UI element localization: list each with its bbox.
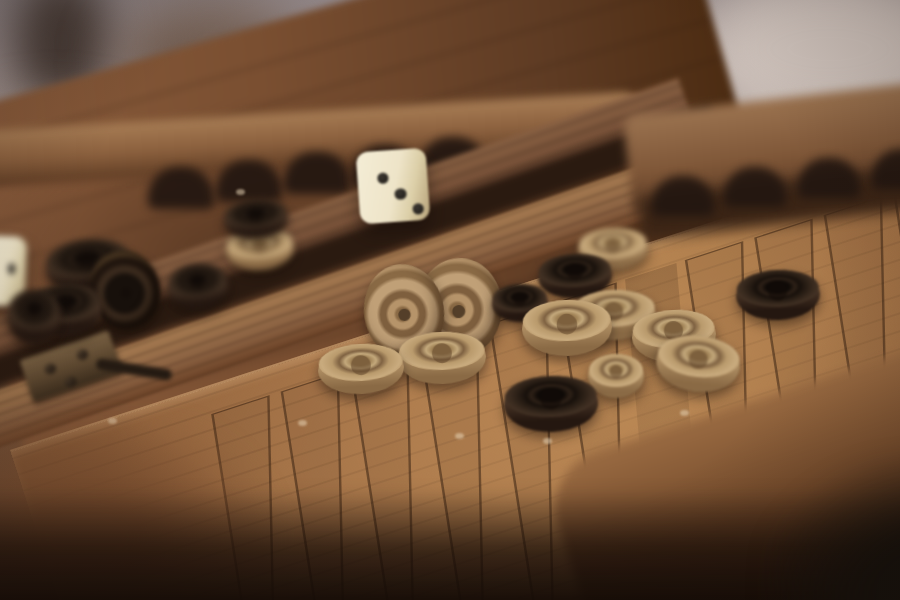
backgammon-photo-scene: ●●●●●●●●●●●●●●●●●●●●●: [0, 0, 900, 600]
checker-dark: ●: [735, 269, 821, 322]
checker-light: ●: [521, 298, 613, 357]
checker-light: ●: [397, 330, 487, 385]
checker-glyph: ●: [565, 259, 585, 282]
checker-glyph: ●: [430, 338, 454, 365]
wood-glint: [236, 189, 245, 195]
checker-glyph: ●: [246, 204, 264, 224]
checker-glyph: ●: [555, 307, 579, 335]
checker-glyph: ●: [27, 302, 42, 318]
die-pip: [412, 203, 425, 215]
wood-glint: [543, 438, 552, 444]
checker-light: ●: [317, 342, 405, 396]
checker-glyph: ●: [538, 382, 563, 411]
wood-glint: [455, 433, 464, 439]
checker-glyph: ●: [687, 343, 711, 370]
die-pip: [8, 263, 16, 274]
checker-dark: ●: [503, 374, 599, 433]
checker-glyph: ●: [512, 289, 527, 307]
wood-glint: [298, 420, 307, 426]
die-primary: [356, 148, 431, 225]
checker-light: ●: [653, 332, 742, 396]
checker-glyph: ●: [451, 301, 467, 319]
checker-light: ●: [588, 354, 644, 398]
checker-glyph: ●: [603, 233, 622, 255]
foreground-blur-corner: [770, 460, 900, 600]
checker-glyph: ●: [609, 362, 624, 379]
checker-glyph: ●: [349, 349, 373, 376]
checker-glyph: ●: [766, 276, 789, 302]
die-pip: [377, 172, 390, 184]
wood-glint: [108, 418, 117, 424]
checker-glyph: ●: [189, 271, 207, 291]
foreground-blur-bottom: [0, 488, 900, 600]
checker-glyph: ●: [118, 283, 134, 300]
wood-glint: [680, 410, 689, 416]
die-pip: [395, 188, 408, 200]
checker-dark: ●: [166, 261, 230, 313]
checker-dark: ●: [7, 289, 61, 345]
checker-glyph: ●: [396, 305, 412, 323]
